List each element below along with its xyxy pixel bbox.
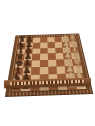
square-c5[interactable] (40, 48, 48, 54)
front-edge-inlay (10, 80, 85, 85)
board-shadow (8, 87, 88, 94)
photo-scene: ♜♟♟♜♞♟♟♞♝♟♟♝♛♟♟♛♚♟♟♚♝♟♟♝♞♟♟♞♜♟♟♜ (0, 0, 95, 126)
chess-set-product-photo: { "game": "chess", "scene": "wooden fold… (0, 0, 95, 126)
